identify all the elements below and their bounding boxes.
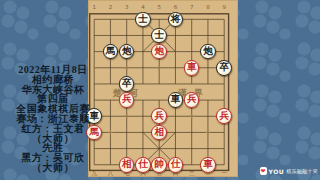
file-label-top: 4 <box>141 4 145 10</box>
watermark-tagline: 棋乐融融十笑 <box>286 168 318 174</box>
file-label-top: 5 <box>157 4 161 10</box>
file-label-bottom: 八 <box>108 170 114 177</box>
piece-black-soldier[interactable]: 卒 <box>119 76 135 92</box>
file-label-top: 8 <box>206 4 210 10</box>
heart-icon: ❤ <box>260 167 267 175</box>
file-label-top: 9 <box>222 4 226 10</box>
piece-black-soldier[interactable]: 卒 <box>216 60 232 76</box>
piece-black-advisor[interactable]: 士 <box>135 12 151 28</box>
piece-red-elephant[interactable]: 相 <box>151 125 167 141</box>
info-line-black-title: （大师） <box>0 163 106 173</box>
piece-red-chariot[interactable]: 車 <box>200 157 216 173</box>
file-label-bottom: 一 <box>221 170 227 177</box>
piece-red-advisor[interactable]: 仕 <box>135 157 151 173</box>
piece-red-chariot[interactable]: 車 <box>184 60 200 76</box>
file-label-top: 2 <box>109 4 113 10</box>
event-info-panel: 2022年11月8日 相约廊桥 华东大峡谷杯 第四届 全国象棋棋后赛 赛场：浙江… <box>0 65 106 173</box>
board-grid <box>88 0 238 177</box>
file-label-top: 6 <box>174 4 178 10</box>
xiangqi-board[interactable]: 楚河 漢界 123456789九八七六五四三二一将士士馬炮炮卒卒車車炮車兵兵兵兵… <box>88 0 238 177</box>
video-frame: 2022年11月8日 相约廊桥 华东大峡谷杯 第四届 全国象棋棋后赛 赛场：浙江… <box>0 0 320 180</box>
piece-black-chariot[interactable]: 車 <box>168 92 184 108</box>
piece-red-soldier[interactable]: 兵 <box>216 108 232 124</box>
file-label-top: 1 <box>92 4 96 10</box>
piece-red-advisor[interactable]: 仕 <box>168 157 184 173</box>
piece-red-general[interactable]: 帥 <box>151 157 167 173</box>
file-label-bottom: 三 <box>189 170 195 177</box>
piece-black-cannon[interactable]: 炮 <box>200 44 216 60</box>
piece-red-soldier[interactable]: 兵 <box>151 108 167 124</box>
channel-watermark: ❤ YOU 棋乐融融十笑 <box>260 167 318 175</box>
piece-black-advisor[interactable]: 士 <box>151 28 167 44</box>
piece-red-elephant[interactable]: 相 <box>119 157 135 173</box>
watermark-brand: YOU <box>269 168 285 175</box>
file-label-top: 3 <box>125 4 129 10</box>
file-label-top: 7 <box>190 4 194 10</box>
